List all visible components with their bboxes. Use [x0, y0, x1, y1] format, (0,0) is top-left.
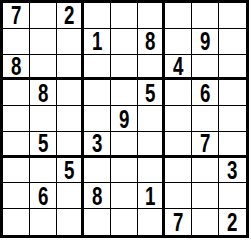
- cell-r2c5[interactable]: [111, 29, 138, 55]
- given-digit: 6: [38, 183, 48, 208]
- cell-r1c8[interactable]: [192, 3, 219, 29]
- cell-r6c1[interactable]: [3, 132, 30, 158]
- cell-r9c1[interactable]: [3, 209, 30, 235]
- given-digit: 1: [145, 183, 155, 208]
- cell-r9c2[interactable]: [30, 209, 57, 235]
- cell-r1c9[interactable]: [219, 3, 246, 29]
- cell-r3c7[interactable]: 4: [165, 55, 192, 81]
- cell-r8c4[interactable]: 8: [84, 183, 111, 209]
- given-digit: 3: [227, 158, 237, 183]
- given-digit: 9: [119, 106, 129, 131]
- given-digit: 8: [11, 55, 21, 79]
- cell-r8c8[interactable]: [192, 183, 219, 209]
- cell-r1c7[interactable]: [165, 3, 192, 29]
- cell-r5c6[interactable]: [138, 106, 165, 132]
- given-digit: 5: [64, 158, 74, 183]
- cell-r7c6[interactable]: [138, 158, 165, 184]
- cell-r1c6[interactable]: [138, 3, 165, 29]
- cell-r4c1[interactable]: [3, 80, 30, 106]
- given-digit: 4: [173, 55, 183, 79]
- cell-r6c2[interactable]: 5: [30, 132, 57, 158]
- cell-r2c6[interactable]: 8: [138, 29, 165, 55]
- cell-r2c2[interactable]: [30, 29, 57, 55]
- cell-r2c9[interactable]: [219, 29, 246, 55]
- cell-r7c4[interactable]: [84, 158, 111, 184]
- cell-r1c4[interactable]: [84, 3, 111, 29]
- cell-r7c8[interactable]: [192, 158, 219, 184]
- given-digit: 8: [92, 183, 102, 208]
- given-digit: 5: [38, 132, 48, 156]
- cell-r5c7[interactable]: [165, 106, 192, 132]
- cell-r1c1[interactable]: 7: [3, 3, 30, 29]
- given-digit: 9: [200, 29, 210, 54]
- cell-r3c3[interactable]: [57, 55, 84, 81]
- cell-r2c8[interactable]: 9: [192, 29, 219, 55]
- cell-r4c3[interactable]: [57, 80, 84, 106]
- cell-r7c7[interactable]: [165, 158, 192, 184]
- cell-r8c3[interactable]: [57, 183, 84, 209]
- cell-r9c4[interactable]: [84, 209, 111, 235]
- sudoku-board: 721898485695375368172: [0, 0, 249, 238]
- cell-r8c6[interactable]: 1: [138, 183, 165, 209]
- given-digit: 7: [11, 3, 21, 28]
- cell-r3c1[interactable]: 8: [3, 55, 30, 81]
- cell-r7c5[interactable]: [111, 158, 138, 184]
- sudoku-page: 721898485695375368172: [0, 0, 251, 240]
- cell-r1c2[interactable]: [30, 3, 57, 29]
- given-digit: 7: [200, 132, 210, 156]
- cell-r8c5[interactable]: [111, 183, 138, 209]
- cell-r7c3[interactable]: 5: [57, 158, 84, 184]
- given-digit: 3: [92, 132, 102, 156]
- cell-r5c3[interactable]: [57, 106, 84, 132]
- cell-r2c1[interactable]: [3, 29, 30, 55]
- cell-r4c9[interactable]: [219, 80, 246, 106]
- cell-r9c5[interactable]: [111, 209, 138, 235]
- cell-r2c7[interactable]: [165, 29, 192, 55]
- cell-r6c5[interactable]: [111, 132, 138, 158]
- cell-r4c4[interactable]: [84, 80, 111, 106]
- cell-r4c5[interactable]: [111, 80, 138, 106]
- cell-r4c7[interactable]: [165, 80, 192, 106]
- cell-r7c1[interactable]: [3, 158, 30, 184]
- cell-r4c8[interactable]: 6: [192, 80, 219, 106]
- cell-r5c9[interactable]: [219, 106, 246, 132]
- cell-r9c3[interactable]: [57, 209, 84, 235]
- cell-r6c7[interactable]: [165, 132, 192, 158]
- cell-r7c9[interactable]: 3: [219, 158, 246, 184]
- given-digit: 1: [92, 29, 102, 54]
- given-digit: 2: [64, 3, 74, 28]
- cell-r5c4[interactable]: [84, 106, 111, 132]
- cell-r3c2[interactable]: [30, 55, 57, 81]
- cell-r9c8[interactable]: [192, 209, 219, 235]
- cell-r6c6[interactable]: [138, 132, 165, 158]
- cell-r6c8[interactable]: 7: [192, 132, 219, 158]
- given-digit: 8: [38, 80, 48, 105]
- cell-r8c1[interactable]: [3, 183, 30, 209]
- cell-r3c9[interactable]: [219, 55, 246, 81]
- cell-r2c4[interactable]: 1: [84, 29, 111, 55]
- cell-r9c9[interactable]: 2: [219, 209, 246, 235]
- cell-r9c7[interactable]: 7: [165, 209, 192, 235]
- cell-r3c6[interactable]: [138, 55, 165, 81]
- cell-r5c1[interactable]: [3, 106, 30, 132]
- given-digit: 6: [200, 80, 210, 105]
- cell-r8c7[interactable]: [165, 183, 192, 209]
- given-digit: 5: [145, 80, 155, 105]
- cell-r3c8[interactable]: [192, 55, 219, 81]
- cell-r6c3[interactable]: [57, 132, 84, 158]
- cell-r4c2[interactable]: 8: [30, 80, 57, 106]
- cell-r5c2[interactable]: [30, 106, 57, 132]
- given-digit: 2: [227, 209, 237, 235]
- cell-r8c9[interactable]: [219, 183, 246, 209]
- cell-r1c3[interactable]: 2: [57, 3, 84, 29]
- cell-r3c4[interactable]: [84, 55, 111, 81]
- cell-r3c5[interactable]: [111, 55, 138, 81]
- cell-r8c2[interactable]: 6: [30, 183, 57, 209]
- cell-r9c6[interactable]: [138, 209, 165, 235]
- cell-r2c3[interactable]: [57, 29, 84, 55]
- given-digit: 8: [145, 29, 155, 54]
- cell-r5c5[interactable]: 9: [111, 106, 138, 132]
- cell-r6c4[interactable]: 3: [84, 132, 111, 158]
- cell-r5c8[interactable]: [192, 106, 219, 132]
- cell-r4c6[interactable]: 5: [138, 80, 165, 106]
- cell-r7c2[interactable]: [30, 158, 57, 184]
- cell-r1c5[interactable]: [111, 3, 138, 29]
- cell-r6c9[interactable]: [219, 132, 246, 158]
- given-digit: 7: [173, 209, 183, 235]
